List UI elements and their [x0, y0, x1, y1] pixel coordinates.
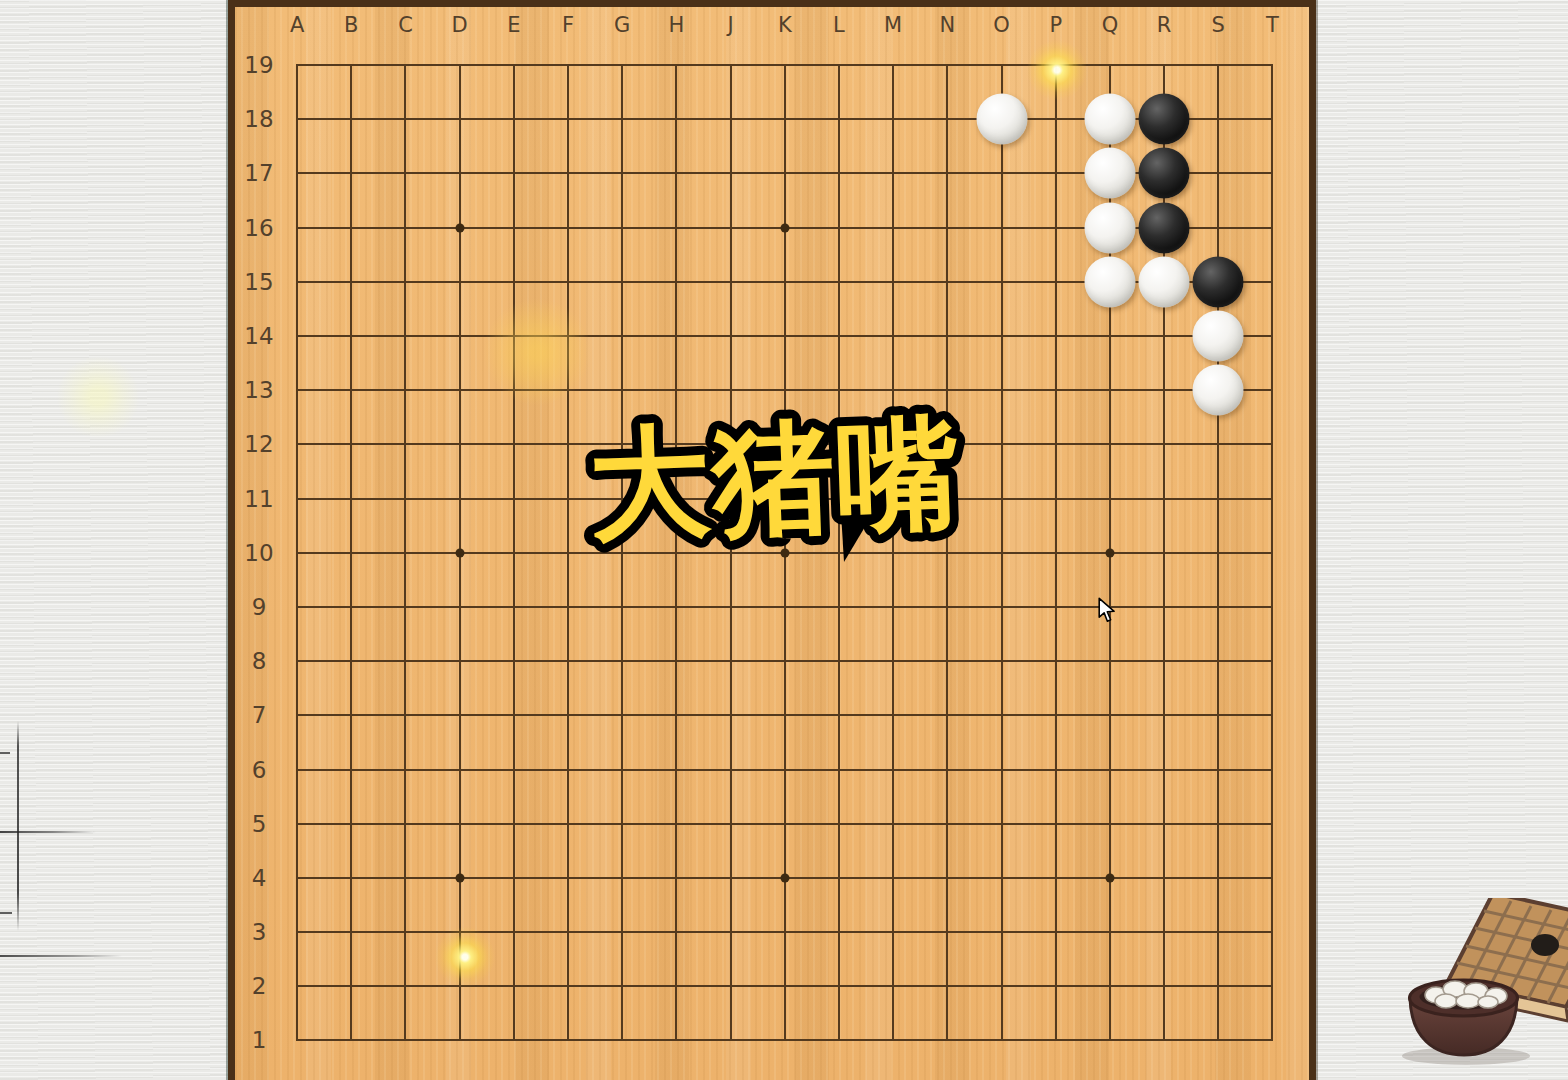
intersection-T13[interactable] — [1245, 363, 1299, 417]
intersection-T1[interactable] — [1245, 1013, 1299, 1067]
intersection-N16[interactable] — [920, 201, 974, 255]
intersection-A17[interactable] — [270, 146, 324, 200]
intersection-A6[interactable] — [270, 742, 324, 796]
intersection-G2[interactable] — [595, 959, 649, 1013]
intersection-M8[interactable] — [866, 634, 920, 688]
intersection-J16[interactable] — [704, 201, 758, 255]
intersection-B10[interactable] — [324, 526, 378, 580]
intersection-L14[interactable] — [812, 309, 866, 363]
intersection-K5[interactable] — [758, 797, 812, 851]
intersection-M6[interactable] — [866, 742, 920, 796]
intersection-K7[interactable] — [758, 688, 812, 742]
intersection-F7[interactable] — [541, 688, 595, 742]
intersection-J6[interactable] — [704, 742, 758, 796]
intersection-E4[interactable] — [487, 851, 541, 905]
intersection-A4[interactable] — [270, 851, 324, 905]
intersection-R1[interactable] — [1137, 1013, 1191, 1067]
intersection-R2[interactable] — [1137, 959, 1191, 1013]
intersection-F8[interactable] — [541, 634, 595, 688]
intersection-Q13[interactable] — [1083, 363, 1137, 417]
intersection-Q14[interactable] — [1083, 309, 1137, 363]
intersection-A7[interactable] — [270, 688, 324, 742]
intersection-T17[interactable] — [1245, 146, 1299, 200]
intersection-T6[interactable] — [1245, 742, 1299, 796]
intersection-S4[interactable] — [1191, 851, 1245, 905]
intersection-S3[interactable] — [1191, 905, 1245, 959]
intersection-R14[interactable] — [1137, 309, 1191, 363]
intersection-R17[interactable] — [1137, 146, 1191, 200]
intersection-P4[interactable] — [1029, 851, 1083, 905]
intersection-A15[interactable] — [270, 255, 324, 309]
intersection-M18[interactable] — [866, 92, 920, 146]
intersection-C13[interactable] — [378, 363, 432, 417]
intersection-F15[interactable] — [541, 255, 595, 309]
intersection-P6[interactable] — [1029, 742, 1083, 796]
intersection-K19[interactable] — [758, 38, 812, 92]
intersection-M19[interactable] — [866, 38, 920, 92]
intersection-K15[interactable] — [758, 255, 812, 309]
intersection-P14[interactable] — [1029, 309, 1083, 363]
intersection-A1[interactable] — [270, 1013, 324, 1067]
intersection-B19[interactable] — [324, 38, 378, 92]
intersection-H9[interactable] — [649, 580, 703, 634]
intersection-Q15[interactable] — [1083, 255, 1137, 309]
intersection-H14[interactable] — [649, 309, 703, 363]
intersection-C8[interactable] — [378, 634, 432, 688]
intersection-F14[interactable] — [541, 309, 595, 363]
intersection-E8[interactable] — [487, 634, 541, 688]
intersection-F6[interactable] — [541, 742, 595, 796]
intersection-O19[interactable] — [974, 38, 1028, 92]
intersection-T12[interactable] — [1245, 417, 1299, 471]
intersection-C6[interactable] — [378, 742, 432, 796]
intersection-D17[interactable] — [433, 146, 487, 200]
intersection-T10[interactable] — [1245, 526, 1299, 580]
intersection-T5[interactable] — [1245, 797, 1299, 851]
intersection-O2[interactable] — [974, 959, 1028, 1013]
intersection-C1[interactable] — [378, 1013, 432, 1067]
intersection-T8[interactable] — [1245, 634, 1299, 688]
intersection-G5[interactable] — [595, 797, 649, 851]
intersection-P13[interactable] — [1029, 363, 1083, 417]
intersection-T3[interactable] — [1245, 905, 1299, 959]
intersection-S12[interactable] — [1191, 417, 1245, 471]
intersection-O15[interactable] — [974, 255, 1028, 309]
intersection-G9[interactable] — [595, 580, 649, 634]
intersection-C7[interactable] — [378, 688, 432, 742]
intersection-C3[interactable] — [378, 905, 432, 959]
intersection-J7[interactable] — [704, 688, 758, 742]
intersection-B3[interactable] — [324, 905, 378, 959]
intersection-T15[interactable] — [1245, 255, 1299, 309]
intersection-E15[interactable] — [487, 255, 541, 309]
intersection-R3[interactable] — [1137, 905, 1191, 959]
intersection-F16[interactable] — [541, 201, 595, 255]
intersection-N8[interactable] — [920, 634, 974, 688]
intersection-R4[interactable] — [1137, 851, 1191, 905]
intersection-Q2[interactable] — [1083, 959, 1137, 1013]
intersection-A8[interactable] — [270, 634, 324, 688]
intersection-Q16[interactable] — [1083, 201, 1137, 255]
intersection-O1[interactable] — [974, 1013, 1028, 1067]
intersection-P1[interactable] — [1029, 1013, 1083, 1067]
intersection-P15[interactable] — [1029, 255, 1083, 309]
intersection-N3[interactable] — [920, 905, 974, 959]
intersection-O6[interactable] — [974, 742, 1028, 796]
intersection-R6[interactable] — [1137, 742, 1191, 796]
intersection-S1[interactable] — [1191, 1013, 1245, 1067]
intersection-K1[interactable] — [758, 1013, 812, 1067]
intersection-L19[interactable] — [812, 38, 866, 92]
intersection-N7[interactable] — [920, 688, 974, 742]
intersection-P16[interactable] — [1029, 201, 1083, 255]
intersection-A16[interactable] — [270, 201, 324, 255]
intersection-H4[interactable] — [649, 851, 703, 905]
intersection-K14[interactable] — [758, 309, 812, 363]
intersection-Q10[interactable] — [1083, 526, 1137, 580]
intersection-N4[interactable] — [920, 851, 974, 905]
intersection-O14[interactable] — [974, 309, 1028, 363]
intersection-M9[interactable] — [866, 580, 920, 634]
intersection-J14[interactable] — [704, 309, 758, 363]
intersection-C11[interactable] — [378, 472, 432, 526]
intersection-O8[interactable] — [974, 634, 1028, 688]
intersection-B5[interactable] — [324, 797, 378, 851]
intersection-J9[interactable] — [704, 580, 758, 634]
intersection-K17[interactable] — [758, 146, 812, 200]
intersection-R18[interactable] — [1137, 92, 1191, 146]
intersection-C9[interactable] — [378, 580, 432, 634]
intersection-M17[interactable] — [866, 146, 920, 200]
intersection-P8[interactable] — [1029, 634, 1083, 688]
intersection-D13[interactable] — [433, 363, 487, 417]
intersection-C4[interactable] — [378, 851, 432, 905]
intersection-L17[interactable] — [812, 146, 866, 200]
intersection-T4[interactable] — [1245, 851, 1299, 905]
intersection-B2[interactable] — [324, 959, 378, 1013]
intersection-L15[interactable] — [812, 255, 866, 309]
intersection-E14[interactable] — [487, 309, 541, 363]
intersection-R16[interactable] — [1137, 201, 1191, 255]
intersection-O11[interactable] — [974, 472, 1028, 526]
intersection-P18[interactable] — [1029, 92, 1083, 146]
intersection-P17[interactable] — [1029, 146, 1083, 200]
intersection-T11[interactable] — [1245, 472, 1299, 526]
intersection-H7[interactable] — [649, 688, 703, 742]
intersection-B17[interactable] — [324, 146, 378, 200]
intersection-A19[interactable] — [270, 38, 324, 92]
intersection-E3[interactable] — [487, 905, 541, 959]
intersection-T2[interactable] — [1245, 959, 1299, 1013]
intersection-O9[interactable] — [974, 580, 1028, 634]
intersection-J8[interactable] — [704, 634, 758, 688]
intersection-Q5[interactable] — [1083, 797, 1137, 851]
intersection-R5[interactable] — [1137, 797, 1191, 851]
intersection-J1[interactable] — [704, 1013, 758, 1067]
intersection-Q19[interactable] — [1083, 38, 1137, 92]
intersection-H17[interactable] — [649, 146, 703, 200]
intersection-A14[interactable] — [270, 309, 324, 363]
intersection-Q8[interactable] — [1083, 634, 1137, 688]
intersection-K3[interactable] — [758, 905, 812, 959]
intersection-G8[interactable] — [595, 634, 649, 688]
intersection-S2[interactable] — [1191, 959, 1245, 1013]
intersection-N5[interactable] — [920, 797, 974, 851]
intersection-P7[interactable] — [1029, 688, 1083, 742]
intersection-S7[interactable] — [1191, 688, 1245, 742]
intersection-T9[interactable] — [1245, 580, 1299, 634]
intersection-C2[interactable] — [378, 959, 432, 1013]
intersection-Q12[interactable] — [1083, 417, 1137, 471]
intersection-F19[interactable] — [541, 38, 595, 92]
intersection-M2[interactable] — [866, 959, 920, 1013]
intersection-S16[interactable] — [1191, 201, 1245, 255]
intersection-Q6[interactable] — [1083, 742, 1137, 796]
intersection-T19[interactable] — [1245, 38, 1299, 92]
intersection-J18[interactable] — [704, 92, 758, 146]
intersection-Q3[interactable] — [1083, 905, 1137, 959]
intersection-F5[interactable] — [541, 797, 595, 851]
intersection-A2[interactable] — [270, 959, 324, 1013]
intersection-B4[interactable] — [324, 851, 378, 905]
intersection-T16[interactable] — [1245, 201, 1299, 255]
intersection-B9[interactable] — [324, 580, 378, 634]
intersection-E11[interactable] — [487, 472, 541, 526]
intersection-J4[interactable] — [704, 851, 758, 905]
intersection-E6[interactable] — [487, 742, 541, 796]
intersection-N6[interactable] — [920, 742, 974, 796]
intersection-F2[interactable] — [541, 959, 595, 1013]
intersection-D9[interactable] — [433, 580, 487, 634]
intersection-S13[interactable] — [1191, 363, 1245, 417]
intersection-L8[interactable] — [812, 634, 866, 688]
intersection-E5[interactable] — [487, 797, 541, 851]
intersection-M3[interactable] — [866, 905, 920, 959]
intersection-D15[interactable] — [433, 255, 487, 309]
intersection-S19[interactable] — [1191, 38, 1245, 92]
intersection-L7[interactable] — [812, 688, 866, 742]
intersection-E17[interactable] — [487, 146, 541, 200]
intersection-D1[interactable] — [433, 1013, 487, 1067]
intersection-E12[interactable] — [487, 417, 541, 471]
intersection-R8[interactable] — [1137, 634, 1191, 688]
intersection-D19[interactable] — [433, 38, 487, 92]
intersection-L3[interactable] — [812, 905, 866, 959]
intersection-Q17[interactable] — [1083, 146, 1137, 200]
intersection-B7[interactable] — [324, 688, 378, 742]
intersection-C15[interactable] — [378, 255, 432, 309]
intersection-E1[interactable] — [487, 1013, 541, 1067]
intersection-D11[interactable] — [433, 472, 487, 526]
intersection-A13[interactable] — [270, 363, 324, 417]
intersection-G7[interactable] — [595, 688, 649, 742]
intersection-A12[interactable] — [270, 417, 324, 471]
intersection-E19[interactable] — [487, 38, 541, 92]
intersection-A5[interactable] — [270, 797, 324, 851]
intersection-L16[interactable] — [812, 201, 866, 255]
intersection-S6[interactable] — [1191, 742, 1245, 796]
intersection-S15[interactable] — [1191, 255, 1245, 309]
intersection-G16[interactable] — [595, 201, 649, 255]
intersection-N19[interactable] — [920, 38, 974, 92]
intersection-G17[interactable] — [595, 146, 649, 200]
intersection-O18[interactable] — [974, 92, 1028, 146]
intersection-E16[interactable] — [487, 201, 541, 255]
intersection-B8[interactable] — [324, 634, 378, 688]
intersection-P2[interactable] — [1029, 959, 1083, 1013]
intersection-M15[interactable] — [866, 255, 920, 309]
intersection-L18[interactable] — [812, 92, 866, 146]
intersection-J19[interactable] — [704, 38, 758, 92]
intersection-D7[interactable] — [433, 688, 487, 742]
intersection-D14[interactable] — [433, 309, 487, 363]
intersection-H5[interactable] — [649, 797, 703, 851]
intersection-S18[interactable] — [1191, 92, 1245, 146]
intersection-H1[interactable] — [649, 1013, 703, 1067]
intersection-O16[interactable] — [974, 201, 1028, 255]
intersection-J15[interactable] — [704, 255, 758, 309]
intersection-D4[interactable] — [433, 851, 487, 905]
intersection-D8[interactable] — [433, 634, 487, 688]
intersection-D3[interactable] — [433, 905, 487, 959]
intersection-R10[interactable] — [1137, 526, 1191, 580]
intersection-P10[interactable] — [1029, 526, 1083, 580]
intersection-K18[interactable] — [758, 92, 812, 146]
intersection-S11[interactable] — [1191, 472, 1245, 526]
intersection-P9[interactable] — [1029, 580, 1083, 634]
intersection-C17[interactable] — [378, 146, 432, 200]
intersection-T7[interactable] — [1245, 688, 1299, 742]
intersection-K16[interactable] — [758, 201, 812, 255]
intersection-D16[interactable] — [433, 201, 487, 255]
intersection-B1[interactable] — [324, 1013, 378, 1067]
intersection-F4[interactable] — [541, 851, 595, 905]
intersection-B12[interactable] — [324, 417, 378, 471]
intersection-N15[interactable] — [920, 255, 974, 309]
intersection-L6[interactable] — [812, 742, 866, 796]
intersection-C18[interactable] — [378, 92, 432, 146]
intersection-H8[interactable] — [649, 634, 703, 688]
intersection-Q1[interactable] — [1083, 1013, 1137, 1067]
intersection-M4[interactable] — [866, 851, 920, 905]
intersection-D12[interactable] — [433, 417, 487, 471]
intersection-G14[interactable] — [595, 309, 649, 363]
intersection-P3[interactable] — [1029, 905, 1083, 959]
intersection-M5[interactable] — [866, 797, 920, 851]
intersection-P19[interactable] — [1029, 38, 1083, 92]
intersection-E2[interactable] — [487, 959, 541, 1013]
intersection-D5[interactable] — [433, 797, 487, 851]
intersection-G6[interactable] — [595, 742, 649, 796]
intersection-C10[interactable] — [378, 526, 432, 580]
intersection-D6[interactable] — [433, 742, 487, 796]
intersection-C12[interactable] — [378, 417, 432, 471]
intersection-B13[interactable] — [324, 363, 378, 417]
intersection-H6[interactable] — [649, 742, 703, 796]
intersection-S8[interactable] — [1191, 634, 1245, 688]
intersection-E9[interactable] — [487, 580, 541, 634]
intersection-M14[interactable] — [866, 309, 920, 363]
intersection-G15[interactable] — [595, 255, 649, 309]
intersection-G18[interactable] — [595, 92, 649, 146]
intersection-O4[interactable] — [974, 851, 1028, 905]
intersection-C14[interactable] — [378, 309, 432, 363]
intersection-G4[interactable] — [595, 851, 649, 905]
intersection-S10[interactable] — [1191, 526, 1245, 580]
intersection-H16[interactable] — [649, 201, 703, 255]
intersection-F18[interactable] — [541, 92, 595, 146]
intersection-B16[interactable] — [324, 201, 378, 255]
intersection-F3[interactable] — [541, 905, 595, 959]
intersection-A11[interactable] — [270, 472, 324, 526]
intersection-J17[interactable] — [704, 146, 758, 200]
intersection-K6[interactable] — [758, 742, 812, 796]
intersection-G3[interactable] — [595, 905, 649, 959]
intersection-N2[interactable] — [920, 959, 974, 1013]
intersection-B11[interactable] — [324, 472, 378, 526]
intersection-R9[interactable] — [1137, 580, 1191, 634]
intersection-G19[interactable] — [595, 38, 649, 92]
intersection-K4[interactable] — [758, 851, 812, 905]
intersection-J2[interactable] — [704, 959, 758, 1013]
intersection-O10[interactable] — [974, 526, 1028, 580]
intersection-D10[interactable] — [433, 526, 487, 580]
intersection-D2[interactable] — [433, 959, 487, 1013]
intersection-L2[interactable] — [812, 959, 866, 1013]
intersection-Q18[interactable] — [1083, 92, 1137, 146]
intersection-N17[interactable] — [920, 146, 974, 200]
intersection-N18[interactable] — [920, 92, 974, 146]
intersection-L4[interactable] — [812, 851, 866, 905]
intersection-S5[interactable] — [1191, 797, 1245, 851]
intersection-A10[interactable] — [270, 526, 324, 580]
intersection-O5[interactable] — [974, 797, 1028, 851]
intersection-C5[interactable] — [378, 797, 432, 851]
intersection-S9[interactable] — [1191, 580, 1245, 634]
intersection-J5[interactable] — [704, 797, 758, 851]
intersection-P12[interactable] — [1029, 417, 1083, 471]
intersection-T18[interactable] — [1245, 92, 1299, 146]
intersection-H19[interactable] — [649, 38, 703, 92]
intersection-O3[interactable] — [974, 905, 1028, 959]
intersection-M1[interactable] — [866, 1013, 920, 1067]
intersection-G1[interactable] — [595, 1013, 649, 1067]
intersection-O17[interactable] — [974, 146, 1028, 200]
intersection-A18[interactable] — [270, 92, 324, 146]
intersection-P11[interactable] — [1029, 472, 1083, 526]
intersection-Q4[interactable] — [1083, 851, 1137, 905]
intersection-F17[interactable] — [541, 146, 595, 200]
intersection-R7[interactable] — [1137, 688, 1191, 742]
intersection-J3[interactable] — [704, 905, 758, 959]
intersection-Q7[interactable] — [1083, 688, 1137, 742]
intersection-S17[interactable] — [1191, 146, 1245, 200]
intersection-H18[interactable] — [649, 92, 703, 146]
intersection-N9[interactable] — [920, 580, 974, 634]
intersection-K9[interactable] — [758, 580, 812, 634]
intersection-K2[interactable] — [758, 959, 812, 1013]
intersection-L1[interactable] — [812, 1013, 866, 1067]
intersection-R15[interactable] — [1137, 255, 1191, 309]
intersection-R13[interactable] — [1137, 363, 1191, 417]
intersection-O13[interactable] — [974, 363, 1028, 417]
intersection-L5[interactable] — [812, 797, 866, 851]
intersection-H15[interactable] — [649, 255, 703, 309]
intersection-M7[interactable] — [866, 688, 920, 742]
intersection-T14[interactable] — [1245, 309, 1299, 363]
intersection-M16[interactable] — [866, 201, 920, 255]
intersection-Q11[interactable] — [1083, 472, 1137, 526]
